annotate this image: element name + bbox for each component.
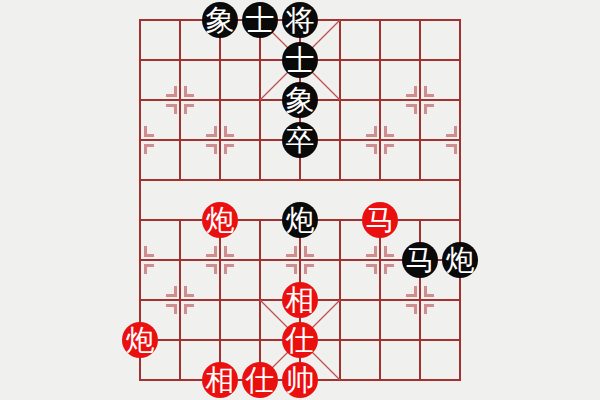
piece-black-elephant[interactable]: 象 [202,2,238,38]
piece-black-general[interactable]: 将 [282,2,318,38]
piece-black-advisor[interactable]: 士 [242,2,278,38]
piece-red-elephant[interactable]: 相 [282,282,318,318]
piece-red-advisor[interactable]: 仕 [282,322,318,358]
piece-black-horse[interactable]: 马 [402,242,438,278]
piece-black-soldier[interactable]: 卒 [282,122,318,158]
piece-red-advisor[interactable]: 仕 [242,362,278,398]
piece-black-elephant[interactable]: 象 [282,82,318,118]
piece-red-cannon[interactable]: 炮 [122,322,158,358]
piece-black-cannon[interactable]: 炮 [282,202,318,238]
pieces-layer: 象士将士象卒炮炮马马炮相炮仕相仕帅 [0,0,600,400]
piece-black-cannon[interactable]: 炮 [442,242,478,278]
piece-red-elephant[interactable]: 相 [202,362,238,398]
piece-red-general[interactable]: 帅 [282,362,318,398]
piece-black-advisor[interactable]: 士 [282,42,318,78]
piece-red-cannon[interactable]: 炮 [202,202,238,238]
xiangqi-board: 象士将士象卒炮炮马马炮相炮仕相仕帅 [0,0,600,400]
piece-red-horse[interactable]: 马 [362,202,398,238]
